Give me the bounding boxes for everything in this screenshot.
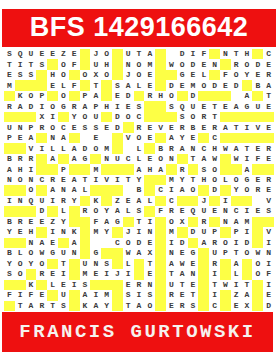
grid-cell: Q [15,49,26,59]
grid-cell: O [188,112,199,122]
grid-cell: R [58,196,69,206]
grid-cell: T [231,49,242,59]
grid-cell: A [242,164,253,174]
grid-cell [112,185,123,195]
grid-cell: B [188,122,199,132]
grid-cell [220,269,231,279]
grid-cell: G [80,154,91,164]
grid-cell [252,238,263,248]
grid-cell: L [58,206,69,216]
grid-cell: I [134,227,145,237]
grid-cell: A [231,143,242,153]
grid-cell [112,133,123,143]
grid-cell: O [80,112,91,122]
grid-cell [252,91,263,101]
grid-cell: J [90,49,101,59]
grid-cell: A [47,185,58,195]
grid-cell: R [4,101,15,111]
grid-cell: W [177,259,188,269]
grid-cell [80,196,91,206]
grid-cell: L [15,248,26,258]
grid-cell: E [209,206,220,216]
grid-cell [69,206,80,216]
grid-cell [90,238,101,248]
grid-cell [252,227,263,237]
grid-cell: A [134,248,145,258]
grid-cell [69,301,80,311]
grid-cell: A [36,238,47,248]
grid-cell: A [15,101,26,111]
grid-cell: E [26,217,37,227]
grid-cell [263,133,274,143]
grid-cell: A [101,217,112,227]
grid-cell: D [166,80,177,90]
grid-cell: A [242,290,253,300]
grid-cell: J [123,227,134,237]
grid-cell [188,196,199,206]
grid-cell: S [188,301,199,311]
grid-cell: E [166,122,177,132]
grid-cell [252,290,263,300]
grid-cell: S [4,49,15,59]
grid-cell: T [26,59,37,69]
grid-cell: M [90,227,101,237]
grid-cell: T [90,80,101,90]
grid-cell: G [47,248,58,258]
grid-cell: I [15,290,26,300]
grid-cell [36,280,47,290]
grid-cell: O [47,122,58,132]
grid-cell: E [101,122,112,132]
grid-cell [155,59,166,69]
grid-cell [80,227,91,237]
grid-cell [220,91,231,101]
grid-cell: D [209,185,220,195]
grid-cell: A [177,185,188,195]
grid-cell [123,143,134,153]
grid-cell: R [263,143,274,153]
grid-cell: F [90,217,101,227]
grid-cell: H [47,70,58,80]
grid-cell: U [4,122,15,132]
grid-cell: O [144,301,155,311]
grid-cell: A [4,164,15,174]
grid-cell: E [177,206,188,216]
grid-cell: B [4,154,15,164]
grid-cell: V [155,122,166,132]
grid-cell: R [134,280,145,290]
grid-cell: O [134,59,145,69]
grid-cell [4,185,15,195]
grid-cell: O [242,248,253,258]
grid-cell: E [188,70,199,80]
grid-cell: L [144,196,155,206]
grid-cell [198,269,209,279]
grid-cell [220,301,231,311]
grid-cell: O [47,101,58,111]
grid-cell [36,133,47,143]
grid-cell: O [26,185,37,195]
grid-cell: O [155,154,166,164]
grid-cell [15,238,26,248]
grid-cell [242,196,253,206]
grid-cell: S [263,206,274,216]
grid-cell [188,238,199,248]
grid-cell [69,164,80,174]
grid-cell: O [58,91,69,101]
grid-cell [36,164,47,174]
grid-cell: D [112,112,123,122]
grid-cell [252,280,263,290]
grid-cell [134,91,145,101]
grid-cell [15,185,26,195]
grid-cell: O [80,70,91,80]
grid-cell: W [123,248,134,258]
grid-cell: O [134,133,145,143]
grid-cell: T [231,248,242,258]
grid-cell: E [112,91,123,101]
grid-cell [263,112,274,122]
grid-cell: O [242,185,253,195]
grid-cell: N [15,196,26,206]
grid-cell: E [198,101,209,111]
grid-cell: S [80,280,91,290]
grid-cell: E [4,70,15,80]
grid-cell: U [80,259,91,269]
grid-cell [252,196,263,206]
grid-cell: E [123,280,134,290]
grid-cell: M [166,175,177,185]
grid-cell: U [198,206,209,216]
grid-cell: O [15,259,26,269]
grid-cell: R [36,269,47,279]
grid-cell: N [220,217,231,227]
grid-cell: R [166,290,177,300]
grid-cell [155,290,166,300]
grid-cell [101,280,112,290]
grid-cell [101,91,112,101]
grid-cell: S [58,301,69,311]
grid-cell: C [263,49,274,59]
grid-cell [15,143,26,153]
grid-cell: M [4,80,15,90]
grid-cell [155,80,166,90]
grid-cell: F [26,290,37,300]
grid-cell: M [242,217,253,227]
grid-cell: B [4,248,15,258]
grid-cell: V [263,227,274,237]
grid-cell: P [26,122,37,132]
grid-cell [4,91,15,101]
grid-cell: I [101,269,112,279]
grid-cell: A [58,133,69,143]
grid-cell: R [209,122,220,132]
grid-cell: I [123,269,134,279]
grid-cell: K [69,227,80,237]
grid-cell: O [166,91,177,101]
grid-cell: E [123,196,134,206]
grid-cell: E [263,290,274,300]
grid-cell [198,290,209,300]
grid-cell [155,70,166,80]
grid-cell: O [90,143,101,153]
grid-cell: I [242,206,253,216]
grid-cell: P [58,164,69,174]
grid-cell: M [90,164,101,174]
grid-cell: L [231,269,242,279]
grid-cell [155,238,166,248]
grid-cell: E [47,238,58,248]
grid-cell: M [80,269,91,279]
grid-cell: A [231,259,242,269]
grid-cell [155,101,166,111]
grid-cell: F [69,59,80,69]
grid-cell [177,91,188,101]
grid-cell: O [188,185,199,195]
grid-cell [80,133,91,143]
grid-cell: Y [58,217,69,227]
grid-cell [144,112,155,122]
grid-cell: D [188,59,199,69]
grid-cell: Y [134,175,145,185]
grid-cell: D [134,238,145,248]
grid-cell: I [242,122,253,132]
title-banner: BFS 1429166642 [2,9,276,47]
grid-cell: D [36,206,47,216]
grid-cell: N [144,280,155,290]
grid-cell: H [26,227,37,237]
grid-cell: V [263,196,274,206]
grid-cell [80,80,91,90]
grid-cell: N [188,143,199,153]
grid-cell: W [231,154,242,164]
grid-cell: Y [69,196,80,206]
grid-cell: K [90,196,101,206]
grid-cell: T [166,269,177,279]
grid-cell [112,70,123,80]
grid-cell [4,206,15,216]
grid-cell: T [15,301,26,311]
grid-cell: E [263,59,274,69]
grid-cell [15,80,26,90]
grid-cell: G [242,175,253,185]
grid-cell: X [242,301,253,311]
grid-cell [166,49,177,59]
grid-cell: M [144,59,155,69]
grid-cell: W [166,59,177,69]
grid-cell [69,70,80,80]
grid-cell: S [112,80,123,90]
grid-cell: D [112,122,123,132]
grid-cell: I [47,227,58,237]
grid-cell: K [80,301,91,311]
grid-cell [198,91,209,101]
grid-cell [80,59,91,69]
grid-cell: E [198,59,209,69]
grid-cell: A [155,164,166,174]
grid-cell: I [144,217,155,227]
grid-cell: L [220,175,231,185]
grid-cell: M [101,143,112,153]
grid-cell [112,49,123,59]
grid-cell [4,238,15,248]
grid-cell: R [15,217,26,227]
grid-cell [134,269,145,279]
grid-cell: R [144,91,155,101]
grid-cell: C [134,112,145,122]
grid-cell: S [198,164,209,174]
grid-cell [69,217,80,227]
grid-cell: Z [47,217,58,227]
grid-cell [155,259,166,269]
grid-cell: L [58,143,69,153]
grid-cell [209,196,220,206]
grid-cell [242,112,253,122]
grid-cell: A [220,122,231,132]
grid-cell: E [144,154,155,164]
grid-cell [220,290,231,300]
grid-cell [101,80,112,90]
grid-cell: O [209,175,220,185]
grid-cell: L [123,206,134,216]
grid-cell: H [15,164,26,174]
grid-cell: E [188,133,199,143]
grid-cell: E [252,143,263,153]
grid-cell [177,196,188,206]
grid-cell [155,227,166,237]
grid-cell: L [58,80,69,90]
grid-cell: O [123,112,134,122]
grid-cell [198,259,209,269]
grid-cell: N [101,154,112,164]
grid-cell: E [90,269,101,279]
grid-cell [101,238,112,248]
grid-cell [47,59,58,69]
grid-cell: T [209,101,220,111]
grid-cell: U [58,248,69,258]
grid-cell: U [123,49,134,59]
grid-cell [144,185,155,195]
grid-cell [90,154,101,164]
grid-cell: S [15,70,26,80]
grid-cell: E [263,122,274,132]
grid-cell: V [252,122,263,132]
grid-cell: T [134,217,145,227]
grid-cell [220,259,231,269]
grid-cell [69,290,80,300]
grid-cell: A [90,91,101,101]
grid-cell [155,280,166,290]
grid-cell: O [220,238,231,248]
grid-cell: G [188,248,199,258]
grid-cell: A [69,175,80,185]
grid-cell: E [36,217,47,227]
grid-cell: A [198,238,209,248]
grid-cell: U [90,59,101,69]
grid-cell [15,280,26,290]
grid-cell: I [166,238,177,248]
grid-cell [220,154,231,164]
grid-cell: R [209,259,220,269]
grid-cell [15,206,26,216]
grid-cell: T [177,280,188,290]
grid-cell: S [90,122,101,132]
grid-cell: T [80,175,91,185]
grid-cell: J [123,70,134,80]
grid-cell [36,154,47,164]
grid-cell: M [166,227,177,237]
grid-cell: R [263,70,274,80]
grid-cell: O [252,259,263,269]
grid-cell: E [47,80,58,90]
grid-cell [209,217,220,227]
grid-cell: E [177,80,188,90]
grid-cell: C [112,238,123,248]
grid-cell: A [144,49,155,59]
grid-cell: A [242,91,253,101]
grid-cell: X [36,112,47,122]
grid-cell [47,91,58,101]
grid-cell: E [220,80,231,90]
grid-cell: I [36,101,47,111]
grid-cell: T [134,49,145,59]
grid-cell: N [90,259,101,269]
grid-cell: K [15,91,26,101]
grid-cell [123,217,134,227]
grid-cell: O [177,59,188,69]
grid-cell [36,227,47,237]
grid-cell [36,80,47,90]
grid-cell [220,164,231,174]
grid-cell: T [144,259,155,269]
grid-cell: O [242,59,253,69]
grid-cell: N [58,185,69,195]
grid-cell: P [80,91,91,101]
grid-cell: E [69,122,80,132]
grid-cell: I [263,280,274,290]
grid-cell: E [177,290,188,300]
grid-cell: E [263,101,274,111]
grid-cell: T [242,143,253,153]
grid-cell [231,133,242,143]
grid-cell [47,206,58,216]
grid-cell: I [58,269,69,279]
grid-cell: R [69,101,80,111]
grid-cell: Y [69,112,80,122]
grid-cell [101,248,112,258]
grid-cell [80,164,91,174]
grid-cell: U [188,101,199,111]
grid-cell: O [166,217,177,227]
grid-cell: E [15,227,26,237]
grid-cell: U [36,196,47,206]
grid-cell [4,112,15,122]
grid-cell: N [209,59,220,69]
grid-cell [69,259,80,269]
grid-cell: I [90,175,101,185]
grid-cell: E [15,133,26,143]
grid-cell: I [36,143,47,153]
grid-cell: L [198,70,209,80]
grid-cell: O [123,238,134,248]
grid-cell: A [69,154,80,164]
grid-cell [101,196,112,206]
grid-cell: N [220,49,231,59]
grid-cell [166,70,177,80]
grid-cell: M [188,80,199,90]
grid-cell: T [188,175,199,185]
grid-cell: T [209,112,220,122]
